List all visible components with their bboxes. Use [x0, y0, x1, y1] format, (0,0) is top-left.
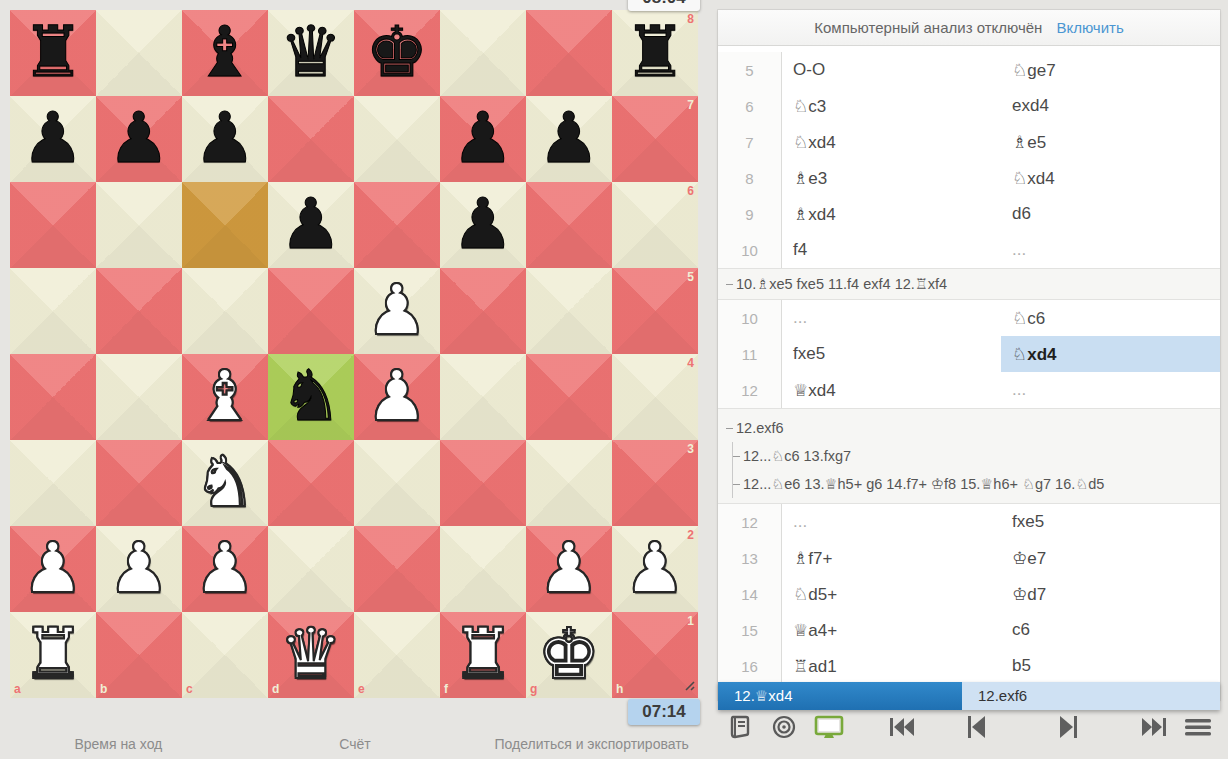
- black-rook-a8[interactable]: ♜: [10, 10, 96, 96]
- square-e5[interactable]: ♟: [354, 268, 440, 354]
- black-move[interactable]: ♗e5: [1001, 124, 1220, 160]
- square-h5[interactable]: 5: [612, 268, 698, 354]
- black-pawn-a7[interactable]: ♟: [10, 96, 96, 182]
- black-move[interactable]: ♔d7: [1001, 576, 1220, 612]
- move-number: 13: [718, 540, 782, 576]
- black-pawn-f6[interactable]: ♟: [440, 182, 526, 268]
- computer-analysis-header: Компьютерный анализ отключён Включить: [718, 10, 1220, 46]
- white-move[interactable]: fxe5: [782, 336, 1001, 372]
- tree-dash: [726, 284, 733, 285]
- square-b5[interactable]: [96, 268, 182, 354]
- square-b4[interactable]: [96, 354, 182, 440]
- square-h4[interactable]: 4: [612, 354, 698, 440]
- white-pawn-b2[interactable]: ♟: [96, 526, 182, 612]
- white-clock: 07:14: [628, 699, 700, 725]
- tab-time-per-move[interactable]: Время на ход: [0, 736, 237, 752]
- square-c4[interactable]: ♝: [182, 354, 268, 440]
- analysis-status-text: Компьютерный анализ отключён: [814, 19, 1042, 36]
- menu-icon[interactable]: [1183, 713, 1211, 741]
- black-pawn-g7[interactable]: ♟: [526, 96, 612, 182]
- square-g7[interactable]: ♟: [526, 96, 612, 182]
- black-move[interactable]: ♘xd4: [1001, 336, 1220, 372]
- move-row-9: 9♗xd4d6: [718, 196, 1220, 232]
- black-move[interactable]: d6: [1001, 196, 1220, 232]
- square-h7[interactable]: 7: [612, 96, 698, 182]
- move-row-10: 10f4...: [718, 232, 1220, 268]
- black-move[interactable]: exd4: [1001, 88, 1220, 124]
- move-row-15: 15♕a4+c6: [718, 612, 1220, 648]
- white-pawn-c2[interactable]: ♟: [182, 526, 268, 612]
- black-knight-d4[interactable]: ♞: [268, 354, 354, 440]
- previous-move-icon[interactable]: [963, 713, 991, 741]
- white-move[interactable]: ♗xd4: [782, 196, 1001, 232]
- coord-rank-1: 1: [687, 615, 694, 627]
- coord-rank-8: 8: [687, 13, 694, 25]
- analysis-panel: Компьютерный анализ отключён Включить 5O…: [718, 10, 1220, 700]
- square-h3[interactable]: 3: [612, 440, 698, 526]
- coord-file-g: g: [530, 683, 537, 695]
- move-number: 12: [718, 372, 782, 408]
- square-h8[interactable]: ♜8: [612, 10, 698, 96]
- tab-score[interactable]: Счёт: [237, 736, 474, 752]
- square-d5[interactable]: [268, 268, 354, 354]
- white-rook-f1[interactable]: ♜: [440, 612, 526, 698]
- variation-text[interactable]: 12...♘e6 13.♕h5+ g6 14.f7+ ♔f8 15.♕h6+ ♘…: [743, 476, 1104, 492]
- square-b2[interactable]: ♟: [96, 526, 182, 612]
- white-pawn-a2[interactable]: ♟: [10, 526, 96, 612]
- square-e8[interactable]: ♚: [354, 10, 440, 96]
- variation-branches: 12...♘c6 13.fxg712...♘e6 13.♕h5+ g6 14.f…: [732, 442, 1220, 498]
- tree-dash: [733, 484, 740, 485]
- square-e3[interactable]: [354, 440, 440, 526]
- board-footer-menu: Время на ход Счёт Поделиться и экспортир…: [0, 736, 710, 752]
- move-number: 10: [718, 300, 782, 336]
- coord-file-d: d: [272, 683, 279, 695]
- black-king-e8[interactable]: ♚: [354, 10, 440, 96]
- selected-variation-button[interactable]: 12.♕xd4: [718, 682, 962, 710]
- square-c5[interactable]: [182, 268, 268, 354]
- tab-share-export[interactable]: Поделиться и экспортировать: [473, 736, 710, 752]
- move-number: 6: [718, 88, 782, 124]
- square-a8[interactable]: ♜: [10, 10, 96, 96]
- square-d6[interactable]: ♟: [268, 182, 354, 268]
- black-move[interactable]: ...: [1001, 372, 1220, 408]
- move-row-6: 6♘c3exd4: [718, 88, 1220, 124]
- black-pawn-f7[interactable]: ♟: [440, 96, 526, 182]
- last-move-icon[interactable]: [1139, 713, 1167, 741]
- move-number: 9: [718, 196, 782, 232]
- enable-analysis-link[interactable]: Включить: [1056, 19, 1123, 36]
- white-pawn-h2[interactable]: ♟: [612, 526, 698, 612]
- tree-dash: [726, 428, 733, 429]
- square-b7[interactable]: ♟: [96, 96, 182, 182]
- black-move[interactable]: c6: [1001, 612, 1220, 648]
- black-move[interactable]: ♘c6: [1001, 300, 1220, 336]
- square-g5[interactable]: [526, 268, 612, 354]
- square-a7[interactable]: ♟: [10, 96, 96, 182]
- move-number: 10: [718, 232, 782, 268]
- square-c6[interactable]: [182, 182, 268, 268]
- square-c3[interactable]: ♞: [182, 440, 268, 526]
- coord-rank-5: 5: [687, 271, 694, 283]
- move-row-8: 8♗e3♘xd4: [718, 160, 1220, 196]
- square-d4[interactable]: ♞: [268, 354, 354, 440]
- white-king-g1[interactable]: ♚: [526, 612, 612, 698]
- square-f2[interactable]: [440, 526, 526, 612]
- black-clock: 08:04: [628, 0, 700, 11]
- square-e6[interactable]: [354, 182, 440, 268]
- white-knight-c3[interactable]: ♞: [182, 440, 268, 526]
- tree-dash: [733, 456, 740, 457]
- coord-rank-4: 4: [687, 357, 694, 369]
- black-move[interactable]: ♔e7: [1001, 540, 1220, 576]
- coord-file-c: c: [186, 683, 193, 695]
- white-move[interactable]: ♕xd4: [782, 372, 1001, 408]
- white-move[interactable]: ♘d5+: [782, 576, 1001, 612]
- white-move[interactable]: ♕a4+: [782, 612, 1001, 648]
- move-number: 11: [718, 336, 782, 372]
- white-move[interactable]: ♖ad1: [782, 648, 1001, 684]
- square-d1[interactable]: ♛d: [268, 612, 354, 698]
- black-move[interactable]: ...: [1001, 232, 1220, 268]
- square-b3[interactable]: [96, 440, 182, 526]
- book-icon[interactable]: [726, 713, 754, 741]
- board-screen-icon[interactable]: [814, 713, 842, 741]
- variation-text[interactable]: 12...♘c6 13.fxg7: [743, 448, 851, 464]
- white-move[interactable]: f4: [782, 232, 1001, 268]
- square-f1[interactable]: ♜f: [440, 612, 526, 698]
- variation-branch[interactable]: 12...♘c6 13.fxg7: [733, 442, 1220, 470]
- black-move[interactable]: ♘ge7: [1001, 52, 1220, 88]
- square-a3[interactable]: [10, 440, 96, 526]
- white-move[interactable]: ♘xd4: [782, 124, 1001, 160]
- variation-line[interactable]: 10.♗xe5 fxe5 11.f4 exf4 12.♖xf4: [718, 268, 1220, 300]
- move-number: 5: [718, 52, 782, 88]
- next-move-icon[interactable]: [1054, 713, 1082, 741]
- variation-text[interactable]: 10.♗xe5 fxe5 11.f4 exf4 12.♖xf4: [736, 276, 947, 292]
- board-resize-handle[interactable]: [680, 676, 696, 696]
- square-f6[interactable]: ♟: [440, 182, 526, 268]
- square-d8[interactable]: ♛: [268, 10, 354, 96]
- square-h6[interactable]: 6: [612, 182, 698, 268]
- black-pawn-b7[interactable]: ♟: [96, 96, 182, 182]
- white-move[interactable]: ♗f7+: [782, 540, 1001, 576]
- white-move[interactable]: ♘c3: [782, 88, 1001, 124]
- square-g1[interactable]: ♚g: [526, 612, 612, 698]
- square-a5[interactable]: [10, 268, 96, 354]
- square-g8[interactable]: [526, 10, 612, 96]
- square-h2[interactable]: ♟2: [612, 526, 698, 612]
- square-e2[interactable]: [354, 526, 440, 612]
- move-row-12: 12...fxe5: [718, 504, 1220, 540]
- square-f7[interactable]: ♟: [440, 96, 526, 182]
- square-d3[interactable]: [268, 440, 354, 526]
- move-row-16: 16♖ad1b5: [718, 648, 1220, 684]
- square-e1[interactable]: e: [354, 612, 440, 698]
- white-move[interactable]: ...: [782, 504, 1001, 540]
- move-list[interactable]: 5O-O♘ge76♘c3exd47♘xd4♗e58♗e3♘xd49♗xd4d61…: [718, 46, 1220, 700]
- square-g4[interactable]: [526, 354, 612, 440]
- square-e7[interactable]: [354, 96, 440, 182]
- square-f5[interactable]: [440, 268, 526, 354]
- white-pawn-e5[interactable]: ♟: [354, 268, 440, 354]
- square-c1[interactable]: c: [182, 612, 268, 698]
- white-pawn-g2[interactable]: ♟: [526, 526, 612, 612]
- move-row-5: 5O-O♘ge7: [718, 52, 1220, 88]
- white-pawn-e4[interactable]: ♟: [354, 354, 440, 440]
- target-icon[interactable]: [770, 713, 798, 741]
- square-a2[interactable]: ♟: [10, 526, 96, 612]
- square-b6[interactable]: [96, 182, 182, 268]
- coord-file-a: a: [14, 683, 21, 695]
- square-a6[interactable]: [10, 182, 96, 268]
- square-g6[interactable]: [526, 182, 612, 268]
- variation-branch[interactable]: 12...♘e6 13.♕h5+ g6 14.f7+ ♔f8 15.♕h6+ ♘…: [733, 470, 1220, 498]
- square-f4[interactable]: [440, 354, 526, 440]
- move-number: 7: [718, 124, 782, 160]
- coord-rank-2: 2: [687, 529, 694, 541]
- white-move[interactable]: ♗e3: [782, 160, 1001, 196]
- square-g2[interactable]: ♟: [526, 526, 612, 612]
- coord-rank-6: 6: [687, 185, 694, 197]
- variation-block: 12.exf612...♘c6 13.fxg712...♘e6 13.♕h5+ …: [718, 408, 1220, 504]
- move-row-14: 14♘d5+♔d7: [718, 576, 1220, 612]
- move-row-10: 10...♘c6: [718, 300, 1220, 336]
- coord-file-h: h: [616, 683, 623, 695]
- square-a1[interactable]: ♜a: [10, 612, 96, 698]
- variation-main[interactable]: 12.exf6: [726, 414, 1220, 442]
- white-move[interactable]: O-O: [782, 52, 1001, 88]
- black-rook-h8[interactable]: ♜: [612, 10, 698, 96]
- black-move[interactable]: ♘xd4: [1001, 160, 1220, 196]
- move-number: 12: [718, 504, 782, 540]
- square-a4[interactable]: [10, 354, 96, 440]
- white-bishop-c4[interactable]: ♝: [182, 354, 268, 440]
- square-c8[interactable]: ♝: [182, 10, 268, 96]
- move-number: 14: [718, 576, 782, 612]
- variation-choice-bar: 12.♕xd4 12.exf6: [718, 682, 1220, 710]
- white-queen-d1[interactable]: ♛: [268, 612, 354, 698]
- square-c2[interactable]: ♟: [182, 526, 268, 612]
- move-row-11: 11fxe5♘xd4: [718, 336, 1220, 372]
- variation-text[interactable]: 12.exf6: [736, 420, 784, 436]
- first-move-icon[interactable]: [887, 713, 915, 741]
- move-row-12: 12♕xd4...: [718, 372, 1220, 408]
- square-b8[interactable]: [96, 10, 182, 96]
- chess-board[interactable]: ♜♝♛♚♜8♟♟♟♟♟7♟♟6♟5♝♞♟4♞3♟♟♟♟♟2♜abc♛de♜f♚g…: [10, 10, 698, 698]
- move-row-7: 7♘xd4♗e5: [718, 124, 1220, 160]
- white-rook-a1[interactable]: ♜: [10, 612, 96, 698]
- black-pawn-c7[interactable]: ♟: [182, 96, 268, 182]
- square-f8[interactable]: [440, 10, 526, 96]
- square-b1[interactable]: b: [96, 612, 182, 698]
- move-number: 8: [718, 160, 782, 196]
- square-c7[interactable]: ♟: [182, 96, 268, 182]
- square-g3[interactable]: [526, 440, 612, 526]
- square-d7[interactable]: [268, 96, 354, 182]
- square-e4[interactable]: ♟: [354, 354, 440, 440]
- white-move[interactable]: ...: [782, 300, 1001, 336]
- square-d2[interactable]: [268, 526, 354, 612]
- alternative-variation-button[interactable]: 12.exf6: [962, 682, 1220, 710]
- coord-file-e: e: [358, 683, 365, 695]
- move-number: 16: [718, 648, 782, 684]
- black-bishop-c8[interactable]: ♝: [182, 10, 268, 96]
- black-move[interactable]: fxe5: [1001, 504, 1220, 540]
- coord-rank-3: 3: [687, 443, 694, 455]
- black-move[interactable]: b5: [1001, 648, 1220, 684]
- square-f3[interactable]: [440, 440, 526, 526]
- move-row-13: 13♗f7+♔e7: [718, 540, 1220, 576]
- move-number: 15: [718, 612, 782, 648]
- coord-file-b: b: [100, 683, 107, 695]
- coord-rank-7: 7: [687, 99, 694, 111]
- black-queen-d8[interactable]: ♛: [268, 10, 354, 96]
- black-pawn-d6[interactable]: ♟: [268, 182, 354, 268]
- coord-file-f: f: [444, 683, 448, 695]
